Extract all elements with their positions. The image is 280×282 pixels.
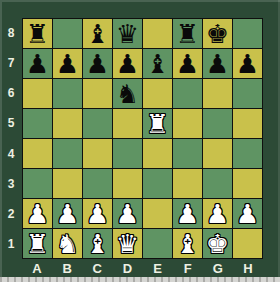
square-b4[interactable] bbox=[53, 139, 82, 168]
square-h1[interactable] bbox=[233, 229, 262, 258]
rank-label-5: 5 bbox=[0, 108, 22, 138]
file-label-c: C bbox=[82, 259, 112, 277]
piece-white-king[interactable]: ♚ bbox=[206, 231, 229, 257]
piece-white-pawn[interactable]: ♟ bbox=[86, 201, 109, 227]
file-labels: ABCDEFGH bbox=[22, 259, 263, 277]
square-e8[interactable] bbox=[143, 19, 172, 48]
square-a5[interactable] bbox=[23, 109, 52, 138]
piece-black-rook[interactable]: ♜ bbox=[176, 21, 199, 47]
square-b2[interactable]: ♟ bbox=[53, 199, 82, 228]
square-b8[interactable] bbox=[53, 19, 82, 48]
square-h2[interactable]: ♟ bbox=[233, 199, 262, 228]
square-h4[interactable] bbox=[233, 139, 262, 168]
piece-black-pawn[interactable]: ♟ bbox=[26, 51, 49, 77]
square-f7[interactable]: ♟ bbox=[173, 49, 202, 78]
square-g1[interactable]: ♚ bbox=[203, 229, 232, 258]
square-f8[interactable]: ♜ bbox=[173, 19, 202, 48]
rank-label-4: 4 bbox=[0, 139, 22, 169]
piece-black-pawn[interactable]: ♟ bbox=[236, 51, 259, 77]
piece-black-rook[interactable]: ♜ bbox=[26, 21, 49, 47]
file-label-a: A bbox=[22, 259, 52, 277]
piece-black-king[interactable]: ♚ bbox=[206, 21, 229, 47]
square-b7[interactable]: ♟ bbox=[53, 49, 82, 78]
square-d2[interactable]: ♟ bbox=[113, 199, 142, 228]
piece-white-bishop[interactable]: ♝ bbox=[86, 231, 109, 257]
square-g2[interactable]: ♟ bbox=[203, 199, 232, 228]
square-d8[interactable]: ♛ bbox=[113, 19, 142, 48]
file-label-b: B bbox=[52, 259, 82, 277]
square-d6[interactable]: ♞ bbox=[113, 79, 142, 108]
rank-label-7: 7 bbox=[0, 48, 22, 78]
square-b1[interactable]: ♞ bbox=[53, 229, 82, 258]
piece-white-pawn[interactable]: ♟ bbox=[176, 201, 199, 227]
piece-white-knight[interactable]: ♞ bbox=[56, 231, 79, 257]
square-a6[interactable] bbox=[23, 79, 52, 108]
piece-white-pawn[interactable]: ♟ bbox=[56, 201, 79, 227]
square-c6[interactable] bbox=[83, 79, 112, 108]
file-label-h: H bbox=[233, 259, 263, 277]
rank-labels: 87654321 bbox=[0, 18, 22, 259]
square-c1[interactable]: ♝ bbox=[83, 229, 112, 258]
file-label-g: G bbox=[203, 259, 233, 277]
square-a8[interactable]: ♜ bbox=[23, 19, 52, 48]
square-f3[interactable] bbox=[173, 169, 202, 198]
square-a4[interactable] bbox=[23, 139, 52, 168]
rank-label-8: 8 bbox=[0, 18, 22, 48]
square-f5[interactable] bbox=[173, 109, 202, 138]
square-e4[interactable] bbox=[143, 139, 172, 168]
square-e6[interactable] bbox=[143, 79, 172, 108]
square-e2[interactable] bbox=[143, 199, 172, 228]
square-d4[interactable] bbox=[113, 139, 142, 168]
piece-black-pawn[interactable]: ♟ bbox=[176, 51, 199, 77]
square-g4[interactable] bbox=[203, 139, 232, 168]
square-c8[interactable]: ♝ bbox=[83, 19, 112, 48]
rank-label-3: 3 bbox=[0, 169, 22, 199]
square-e5[interactable]: ♜ bbox=[143, 109, 172, 138]
piece-white-pawn[interactable]: ♟ bbox=[206, 201, 229, 227]
square-c7[interactable]: ♟ bbox=[83, 49, 112, 78]
chess-board-widget: 87654321 ♜♝♛♜♚♟♟♟♟♝♟♟♟♞♜♟♟♟♟♟♟♟♜♞♝♛♝♚ AB… bbox=[0, 0, 280, 282]
chess-board: ♜♝♛♜♚♟♟♟♟♝♟♟♟♞♜♟♟♟♟♟♟♟♜♞♝♛♝♚ bbox=[22, 18, 263, 259]
square-a3[interactable] bbox=[23, 169, 52, 198]
piece-black-pawn[interactable]: ♟ bbox=[206, 51, 229, 77]
file-label-e: E bbox=[143, 259, 173, 277]
square-c2[interactable]: ♟ bbox=[83, 199, 112, 228]
piece-white-pawn[interactable]: ♟ bbox=[116, 201, 139, 227]
square-b6[interactable] bbox=[53, 79, 82, 108]
file-label-f: F bbox=[173, 259, 203, 277]
rank-label-2: 2 bbox=[0, 199, 22, 229]
square-g8[interactable]: ♚ bbox=[203, 19, 232, 48]
square-f4[interactable] bbox=[173, 139, 202, 168]
square-g5[interactable] bbox=[203, 109, 232, 138]
piece-white-rook[interactable]: ♜ bbox=[26, 231, 49, 257]
square-b3[interactable] bbox=[53, 169, 82, 198]
square-d3[interactable] bbox=[113, 169, 142, 198]
piece-black-pawn[interactable]: ♟ bbox=[116, 51, 139, 77]
square-a2[interactable]: ♟ bbox=[23, 199, 52, 228]
piece-white-pawn[interactable]: ♟ bbox=[26, 201, 49, 227]
piece-white-queen[interactable]: ♛ bbox=[116, 231, 139, 257]
square-e3[interactable] bbox=[143, 169, 172, 198]
piece-black-bishop[interactable]: ♝ bbox=[86, 21, 109, 47]
square-c4[interactable] bbox=[83, 139, 112, 168]
square-h6[interactable] bbox=[233, 79, 262, 108]
piece-white-bishop[interactable]: ♝ bbox=[176, 231, 199, 257]
page-edge-strip bbox=[0, 277, 280, 282]
piece-black-knight[interactable]: ♞ bbox=[116, 81, 139, 107]
square-g3[interactable] bbox=[203, 169, 232, 198]
square-g6[interactable] bbox=[203, 79, 232, 108]
square-f2[interactable]: ♟ bbox=[173, 199, 202, 228]
square-a1[interactable]: ♜ bbox=[23, 229, 52, 258]
file-label-d: D bbox=[112, 259, 142, 277]
square-a7[interactable]: ♟ bbox=[23, 49, 52, 78]
piece-black-pawn[interactable]: ♟ bbox=[86, 51, 109, 77]
rank-label-6: 6 bbox=[0, 78, 22, 108]
piece-black-pawn[interactable]: ♟ bbox=[56, 51, 79, 77]
square-f6[interactable] bbox=[173, 79, 202, 108]
square-g7[interactable]: ♟ bbox=[203, 49, 232, 78]
square-e1[interactable] bbox=[143, 229, 172, 258]
square-h8[interactable] bbox=[233, 19, 262, 48]
square-h7[interactable]: ♟ bbox=[233, 49, 262, 78]
square-c3[interactable] bbox=[83, 169, 112, 198]
square-d1[interactable]: ♛ bbox=[113, 229, 142, 258]
square-e7[interactable]: ♝ bbox=[143, 49, 172, 78]
piece-black-queen[interactable]: ♛ bbox=[116, 21, 139, 47]
square-h5[interactable] bbox=[233, 109, 262, 138]
square-d5[interactable] bbox=[113, 109, 142, 138]
piece-white-rook[interactable]: ♜ bbox=[146, 111, 169, 137]
square-f1[interactable]: ♝ bbox=[173, 229, 202, 258]
square-d7[interactable]: ♟ bbox=[113, 49, 142, 78]
rank-label-1: 1 bbox=[0, 229, 22, 259]
square-h3[interactable] bbox=[233, 169, 262, 198]
piece-black-bishop[interactable]: ♝ bbox=[146, 51, 169, 77]
piece-white-pawn[interactable]: ♟ bbox=[236, 201, 259, 227]
square-b5[interactable] bbox=[53, 109, 82, 138]
square-c5[interactable] bbox=[83, 109, 112, 138]
